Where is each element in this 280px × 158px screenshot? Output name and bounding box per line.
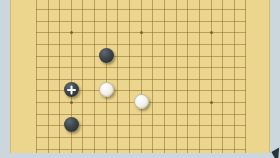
grid-line-vertical: [59, 0, 60, 153]
grid-line-vertical: [187, 0, 188, 153]
star-point: [70, 31, 73, 34]
grid-line-vertical: [199, 0, 200, 153]
black-stone: [99, 48, 114, 63]
grid-line-vertical: [82, 0, 83, 153]
grid-line-vertical: [129, 0, 130, 153]
grid-line-vertical: [176, 0, 177, 153]
star-point: [210, 31, 213, 34]
black-stone: [64, 82, 79, 97]
grid-line-vertical: [106, 0, 107, 153]
grid-line-horizontal: [36, 137, 247, 138]
last-move-cross-marker: [64, 82, 79, 97]
grid-line-vertical: [36, 0, 37, 153]
grid-line-vertical: [141, 0, 142, 153]
grid-line-horizontal: [36, 21, 247, 22]
white-stone: [99, 82, 114, 97]
grid-line-vertical: [164, 0, 165, 153]
grid-line-vertical: [117, 0, 118, 153]
grid-line-horizontal: [36, 56, 247, 57]
black-stone: [64, 117, 79, 132]
star-point: [140, 31, 143, 34]
bottom-frame: [0, 153, 280, 158]
grid-line-horizontal: [36, 149, 247, 150]
go-board[interactable]: [10, 0, 270, 153]
grid-line-vertical: [94, 0, 95, 153]
grid-line-vertical: [211, 0, 212, 153]
grid-line-horizontal: [36, 9, 247, 10]
grid-line-vertical: [245, 0, 246, 153]
grid-line-horizontal: [36, 44, 247, 45]
star-point: [70, 101, 73, 104]
go-app-screen: [0, 0, 280, 158]
white-stone: [134, 94, 149, 109]
grid-line-vertical: [222, 0, 223, 153]
grid-line-horizontal: [36, 114, 247, 115]
grid-line-vertical: [152, 0, 153, 153]
grid-line-horizontal: [36, 67, 247, 68]
grid-line-vertical: [48, 0, 49, 153]
grid-line-vertical: [234, 0, 235, 153]
star-point: [210, 101, 213, 104]
grid-line-horizontal: [36, 79, 247, 80]
